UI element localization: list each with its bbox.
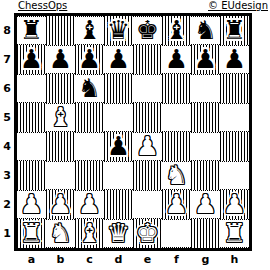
square-a8: ♜ xyxy=(17,16,46,45)
square-h7: ♟ xyxy=(220,45,249,74)
black-pawn: ♟ xyxy=(107,132,130,161)
file-label-h: h xyxy=(220,252,249,266)
square-b4 xyxy=(46,132,75,161)
file-label-d: d xyxy=(104,252,133,266)
black-pawn: ♟ xyxy=(78,45,101,74)
square-c4 xyxy=(75,132,104,161)
black-pawn: ♟ xyxy=(165,45,188,74)
white-knight: ♞ xyxy=(49,219,72,248)
square-f7: ♟ xyxy=(162,45,191,74)
square-e8: ♚ xyxy=(133,16,162,45)
square-c5 xyxy=(75,103,104,132)
rank-label-4: 4 xyxy=(0,132,14,161)
square-b6 xyxy=(46,74,75,103)
black-rook: ♜ xyxy=(20,16,43,45)
rank-label-6: 6 xyxy=(0,74,14,103)
square-f1 xyxy=(162,219,191,248)
white-bishop: ♝ xyxy=(49,103,72,132)
square-e7 xyxy=(133,45,162,74)
square-e3 xyxy=(133,161,162,190)
square-a5 xyxy=(17,103,46,132)
square-b3 xyxy=(46,161,75,190)
square-h6 xyxy=(220,74,249,103)
square-b7: ♟ xyxy=(46,45,75,74)
square-d2 xyxy=(104,190,133,219)
square-h5 xyxy=(220,103,249,132)
white-bishop: ♝ xyxy=(78,219,101,248)
rank-label-8: 8 xyxy=(0,16,14,45)
square-c7: ♟ xyxy=(75,45,104,74)
square-c2: ♟ xyxy=(75,190,104,219)
square-c6: ♞ xyxy=(75,74,104,103)
copyright-credit: © EUdesign xyxy=(208,0,268,12)
square-a3 xyxy=(17,161,46,190)
square-h2: ♟ xyxy=(220,190,249,219)
square-b2: ♟ xyxy=(46,190,75,219)
square-a7: ♟ xyxy=(17,45,46,74)
square-d6 xyxy=(104,74,133,103)
square-e2 xyxy=(133,190,162,219)
square-g2: ♟ xyxy=(191,190,220,219)
black-pawn: ♟ xyxy=(49,45,72,74)
square-a4 xyxy=(17,132,46,161)
square-e1: ♚ xyxy=(133,219,162,248)
square-c1: ♝ xyxy=(75,219,104,248)
file-label-b: b xyxy=(46,252,75,266)
square-d1: ♛ xyxy=(104,219,133,248)
square-d7: ♟ xyxy=(104,45,133,74)
white-pawn: ♟ xyxy=(223,190,246,219)
square-a1: ♜ xyxy=(17,219,46,248)
square-c8: ♝ xyxy=(75,16,104,45)
square-b8 xyxy=(46,16,75,45)
black-pawn: ♟ xyxy=(107,45,130,74)
square-h4 xyxy=(220,132,249,161)
white-king: ♚ xyxy=(136,219,159,248)
square-g4 xyxy=(191,132,220,161)
square-f4 xyxy=(162,132,191,161)
square-e4: ♟ xyxy=(133,132,162,161)
rank-label-1: 1 xyxy=(0,219,14,248)
square-c3 xyxy=(75,161,104,190)
square-f5 xyxy=(162,103,191,132)
black-king: ♚ xyxy=(136,16,159,45)
square-g8: ♞ xyxy=(191,16,220,45)
white-pawn: ♟ xyxy=(49,190,72,219)
square-d3 xyxy=(104,161,133,190)
black-pawn: ♟ xyxy=(223,45,246,74)
black-knight: ♞ xyxy=(194,16,217,45)
white-knight: ♞ xyxy=(165,161,188,190)
square-f8: ♝ xyxy=(162,16,191,45)
file-label-f: f xyxy=(162,252,191,266)
square-b1: ♞ xyxy=(46,219,75,248)
rank-labels: 87654321 xyxy=(0,16,14,248)
square-g5 xyxy=(191,103,220,132)
file-label-e: e xyxy=(133,252,162,266)
black-rook: ♜ xyxy=(223,16,246,45)
white-rook: ♜ xyxy=(20,219,43,248)
square-e5 xyxy=(133,103,162,132)
white-queen: ♛ xyxy=(107,219,130,248)
rank-label-7: 7 xyxy=(0,45,14,74)
square-a6 xyxy=(17,74,46,103)
rank-label-2: 2 xyxy=(0,190,14,219)
white-pawn: ♟ xyxy=(78,190,101,219)
square-d5 xyxy=(104,103,133,132)
black-queen: ♛ xyxy=(107,16,130,45)
square-f3: ♞ xyxy=(162,161,191,190)
black-pawn: ♟ xyxy=(194,45,217,74)
header: ChessOps © EUdesign xyxy=(0,0,270,13)
file-label-c: c xyxy=(75,252,104,266)
square-a2: ♟ xyxy=(17,190,46,219)
square-e6 xyxy=(133,74,162,103)
white-pawn: ♟ xyxy=(20,190,43,219)
white-pawn: ♟ xyxy=(165,190,188,219)
black-pawn: ♟ xyxy=(20,45,43,74)
black-knight: ♞ xyxy=(78,74,101,103)
file-labels: abcdefgh xyxy=(17,252,249,266)
black-bishop: ♝ xyxy=(165,16,188,45)
rank-label-3: 3 xyxy=(0,161,14,190)
board: ♜♝♛♚♝♞♜♟♟♟♟♟♟♟♞♝♟♟♞♟♟♟♟♟♟♜♞♝♛♚♜ xyxy=(14,13,252,251)
square-f6 xyxy=(162,74,191,103)
black-bishop: ♝ xyxy=(78,16,101,45)
file-label-g: g xyxy=(191,252,220,266)
square-h1: ♜ xyxy=(220,219,249,248)
square-d8: ♛ xyxy=(104,16,133,45)
white-pawn: ♟ xyxy=(194,190,217,219)
square-h8: ♜ xyxy=(220,16,249,45)
white-pawn: ♟ xyxy=(136,132,159,161)
square-d4: ♟ xyxy=(104,132,133,161)
square-h3 xyxy=(220,161,249,190)
square-g3 xyxy=(191,161,220,190)
square-g7: ♟ xyxy=(191,45,220,74)
square-b5: ♝ xyxy=(46,103,75,132)
square-g6 xyxy=(191,74,220,103)
square-g1 xyxy=(191,219,220,248)
white-rook: ♜ xyxy=(223,219,246,248)
chessops-link[interactable]: ChessOps xyxy=(18,0,67,12)
square-f2: ♟ xyxy=(162,190,191,219)
file-label-a: a xyxy=(17,252,46,266)
rank-label-5: 5 xyxy=(0,103,14,132)
